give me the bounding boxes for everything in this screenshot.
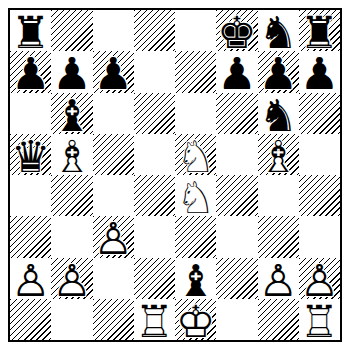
square-a7[interactable]: ♟♟ (10, 51, 51, 92)
square-a2[interactable]: ♟♙ (10, 258, 51, 299)
black-bishop-glyph: ♝ (175, 258, 216, 299)
piece-black-queen: ♛♛ (10, 134, 51, 175)
white-knight-glyph: ♘ (175, 134, 216, 175)
square-e6[interactable] (175, 93, 216, 134)
square-d6[interactable] (134, 93, 175, 134)
black-knight-glyph: ♞ (258, 93, 299, 134)
square-e1[interactable]: ♚♔ (175, 299, 216, 340)
chess-diagram-canvas: ♜♜♚♚♞♞♜♜♟♟♟♟♟♟♟♟♟♟♟♟♝♝♞♞♛♛♝♗♞♘♝♗♞♘♟♙♟♙♟♙… (0, 0, 350, 350)
white-pawn-glyph: ♙ (299, 258, 340, 299)
chess-board: ♜♜♚♚♞♞♜♜♟♟♟♟♟♟♟♟♟♟♟♟♝♝♞♞♛♛♝♗♞♘♝♗♞♘♟♙♟♙♟♙… (8, 8, 342, 342)
piece-white-pawn: ♟♙ (10, 258, 51, 299)
piece-black-pawn: ♟♟ (258, 51, 299, 92)
black-pawn-glyph: ♟ (299, 51, 340, 92)
square-b7[interactable]: ♟♟ (51, 51, 92, 92)
piece-white-king: ♚♔ (175, 299, 216, 340)
white-bishop-glyph: ♗ (51, 134, 92, 175)
square-e3[interactable] (175, 216, 216, 257)
piece-white-bishop: ♝♗ (258, 134, 299, 175)
square-f6[interactable] (216, 93, 257, 134)
white-pawn-glyph: ♙ (51, 258, 92, 299)
piece-white-knight: ♞♘ (175, 134, 216, 175)
square-g6[interactable]: ♞♞ (258, 93, 299, 134)
black-pawn-glyph: ♟ (10, 51, 51, 92)
square-f5[interactable] (216, 134, 257, 175)
square-h2[interactable]: ♟♙ (299, 258, 340, 299)
square-h8[interactable]: ♜♜ (299, 10, 340, 51)
square-d7[interactable] (134, 51, 175, 92)
piece-white-pawn: ♟♙ (299, 258, 340, 299)
piece-white-knight: ♞♘ (175, 175, 216, 216)
square-b6[interactable]: ♝♝ (51, 93, 92, 134)
square-c2[interactable] (93, 258, 134, 299)
black-pawn-glyph: ♟ (258, 51, 299, 92)
black-pawn-glyph: ♟ (51, 51, 92, 92)
white-king-glyph: ♔ (175, 299, 216, 340)
square-d2[interactable] (134, 258, 175, 299)
square-e7[interactable] (175, 51, 216, 92)
square-g1[interactable] (258, 299, 299, 340)
piece-black-knight: ♞♞ (258, 93, 299, 134)
square-h7[interactable]: ♟♟ (299, 51, 340, 92)
square-f7[interactable]: ♟♟ (216, 51, 257, 92)
white-pawn-glyph: ♙ (10, 258, 51, 299)
square-g7[interactable]: ♟♟ (258, 51, 299, 92)
white-rook-glyph: ♖ (299, 299, 340, 340)
square-h3[interactable] (299, 216, 340, 257)
white-pawn-glyph: ♙ (93, 216, 134, 257)
square-e5[interactable]: ♞♘ (175, 134, 216, 175)
square-a4[interactable] (10, 175, 51, 216)
piece-black-pawn: ♟♟ (299, 51, 340, 92)
square-e2[interactable]: ♝♝ (175, 258, 216, 299)
square-a1[interactable] (10, 299, 51, 340)
square-c3[interactable]: ♟♙ (93, 216, 134, 257)
square-d3[interactable] (134, 216, 175, 257)
white-knight-glyph: ♘ (175, 175, 216, 216)
black-queen-glyph: ♛ (10, 134, 51, 175)
piece-black-bishop: ♝♝ (175, 258, 216, 299)
piece-black-pawn: ♟♟ (10, 51, 51, 92)
square-f2[interactable] (216, 258, 257, 299)
square-g2[interactable]: ♟♙ (258, 258, 299, 299)
square-g3[interactable] (258, 216, 299, 257)
black-pawn-glyph: ♟ (93, 51, 134, 92)
black-knight-glyph: ♞ (258, 10, 299, 51)
piece-black-rook: ♜♜ (10, 10, 51, 51)
square-h5[interactable] (299, 134, 340, 175)
piece-black-bishop: ♝♝ (51, 93, 92, 134)
square-b5[interactable]: ♝♗ (51, 134, 92, 175)
square-e4[interactable]: ♞♘ (175, 175, 216, 216)
square-g8[interactable]: ♞♞ (258, 10, 299, 51)
square-d1[interactable]: ♜♖ (134, 299, 175, 340)
square-a6[interactable] (10, 93, 51, 134)
white-bishop-glyph: ♗ (258, 134, 299, 175)
square-d5[interactable] (134, 134, 175, 175)
square-a5[interactable]: ♛♛ (10, 134, 51, 175)
square-a8[interactable]: ♜♜ (10, 10, 51, 51)
square-h6[interactable] (299, 93, 340, 134)
square-h4[interactable] (299, 175, 340, 216)
square-d8[interactable] (134, 10, 175, 51)
piece-white-pawn: ♟♙ (51, 258, 92, 299)
square-f8[interactable]: ♚♚ (216, 10, 257, 51)
square-e8[interactable] (175, 10, 216, 51)
square-c8[interactable] (93, 10, 134, 51)
square-b3[interactable] (51, 216, 92, 257)
square-h1[interactable]: ♜♖ (299, 299, 340, 340)
square-f1[interactable] (216, 299, 257, 340)
square-d4[interactable] (134, 175, 175, 216)
white-rook-glyph: ♖ (134, 299, 175, 340)
piece-white-bishop: ♝♗ (51, 134, 92, 175)
black-bishop-glyph: ♝ (51, 93, 92, 134)
piece-black-pawn: ♟♟ (93, 51, 134, 92)
square-g5[interactable]: ♝♗ (258, 134, 299, 175)
square-c7[interactable]: ♟♟ (93, 51, 134, 92)
piece-white-rook: ♜♖ (134, 299, 175, 340)
piece-black-pawn: ♟♟ (51, 51, 92, 92)
piece-white-rook: ♜♖ (299, 299, 340, 340)
piece-black-knight: ♞♞ (258, 10, 299, 51)
square-a3[interactable] (10, 216, 51, 257)
black-king-glyph: ♚ (216, 10, 257, 51)
square-f3[interactable] (216, 216, 257, 257)
square-f4[interactable] (216, 175, 257, 216)
square-b4[interactable] (51, 175, 92, 216)
square-g4[interactable] (258, 175, 299, 216)
black-pawn-glyph: ♟ (216, 51, 257, 92)
square-c1[interactable] (93, 299, 134, 340)
square-b8[interactable] (51, 10, 92, 51)
square-b1[interactable] (51, 299, 92, 340)
piece-black-rook: ♜♜ (299, 10, 340, 51)
piece-white-pawn: ♟♙ (258, 258, 299, 299)
square-c4[interactable] (93, 175, 134, 216)
piece-black-pawn: ♟♟ (216, 51, 257, 92)
piece-white-pawn: ♟♙ (93, 216, 134, 257)
square-c5[interactable] (93, 134, 134, 175)
black-rook-glyph: ♜ (10, 10, 51, 51)
square-c6[interactable] (93, 93, 134, 134)
black-rook-glyph: ♜ (299, 10, 340, 51)
square-b2[interactable]: ♟♙ (51, 258, 92, 299)
white-pawn-glyph: ♙ (258, 258, 299, 299)
piece-black-king: ♚♚ (216, 10, 257, 51)
